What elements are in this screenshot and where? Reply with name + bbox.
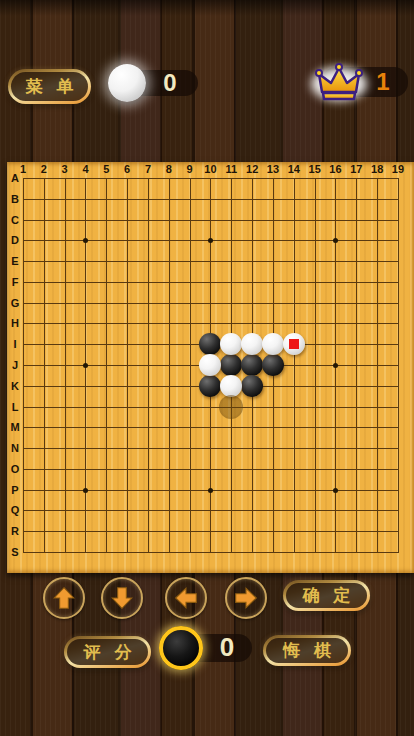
star-point [333,488,338,493]
left-arrow-icon [173,585,199,611]
right-arrow-icon [233,585,259,611]
down-arrow-icon [109,585,135,611]
column-label: 4 [75,163,95,175]
board-grid[interactable]: 1A2B3C4D5E6F7G8H9I10J11K12L13M14N15O16P1… [7,162,414,573]
column-label: 11 [221,163,241,175]
menu-button[interactable]: 菜单 [8,69,91,104]
row-label: A [9,172,21,184]
column-label: 2 [34,163,54,175]
star-point [208,238,213,243]
undo-button-label: 悔棋 [283,639,345,662]
white-score: 0 [156,69,184,97]
row-label: B [9,193,21,205]
move-right-button[interactable] [225,577,267,619]
star-point [333,363,338,368]
column-label: 8 [159,163,179,175]
star-point [83,488,88,493]
row-label: Q [9,504,21,516]
confirm-button[interactable]: 确定 [283,580,370,611]
black-stone [220,354,242,376]
column-label: 12 [242,163,262,175]
column-label: 9 [180,163,200,175]
row-label: F [9,276,21,288]
grid-line-h [23,407,399,408]
row-label: I [9,338,21,350]
star-point [83,363,88,368]
move-down-button[interactable] [101,577,143,619]
grid-line-h [23,531,399,532]
grid-line-h [23,427,399,428]
star-point [333,238,338,243]
row-label: J [9,359,21,371]
column-label: 15 [305,163,325,175]
grid-line-v [377,178,378,552]
black-stone [199,333,221,355]
star-point [83,238,88,243]
black-score: 0 [213,632,241,663]
grid-line-h [23,448,399,449]
column-label: 7 [138,163,158,175]
score-button[interactable]: 评分 [64,636,151,668]
top-shade [0,0,414,16]
move-up-button[interactable] [43,577,85,619]
black-stone [199,375,221,397]
column-label: 10 [200,163,220,175]
column-label: 16 [325,163,345,175]
row-label: L [9,401,21,413]
white-stone [220,333,242,355]
grid-line-h [23,510,399,511]
grid-line-v [356,178,357,552]
star-point [208,488,213,493]
menu-button-label: 菜单 [26,75,88,98]
row-label: E [9,255,21,267]
row-label: G [9,297,21,309]
row-label: K [9,380,21,392]
row-label: P [9,484,21,496]
score-button-label: 评分 [84,641,146,664]
row-label: O [9,463,21,475]
confirm-button-label: 确定 [303,584,365,607]
row-label: D [9,234,21,246]
row-label: S [9,546,21,558]
white-stone [220,375,242,397]
column-label: 19 [388,163,408,175]
last-move-marker [289,339,299,349]
grid-line-h [23,552,399,553]
column-label: 5 [96,163,116,175]
white-stone [262,333,284,355]
column-label: 14 [284,163,304,175]
black-stone [241,375,263,397]
wins-count: 1 [369,68,397,96]
column-label: 18 [367,163,387,175]
up-arrow-icon [51,585,77,611]
row-label: R [9,525,21,537]
grid-line-v [294,178,295,552]
column-label: 6 [117,163,137,175]
crown-icon [315,63,363,103]
white-stone-icon [108,64,146,102]
column-label: 17 [346,163,366,175]
black-stone [241,354,263,376]
white-stone [241,333,263,355]
row-label: C [9,214,21,226]
move-left-button[interactable] [165,577,207,619]
column-label: 13 [263,163,283,175]
grid-line-v [398,178,399,552]
row-label: H [9,317,21,329]
row-label: N [9,442,21,454]
black-stone-icon [159,626,203,670]
grid-line-h [23,469,399,470]
grid-line-v [315,178,316,552]
black-stone [262,354,284,376]
undo-button[interactable]: 悔棋 [263,635,351,666]
column-label: 3 [55,163,75,175]
cursor-ghost-stone[interactable] [219,395,243,419]
white-stone [199,354,221,376]
row-label: M [9,421,21,433]
